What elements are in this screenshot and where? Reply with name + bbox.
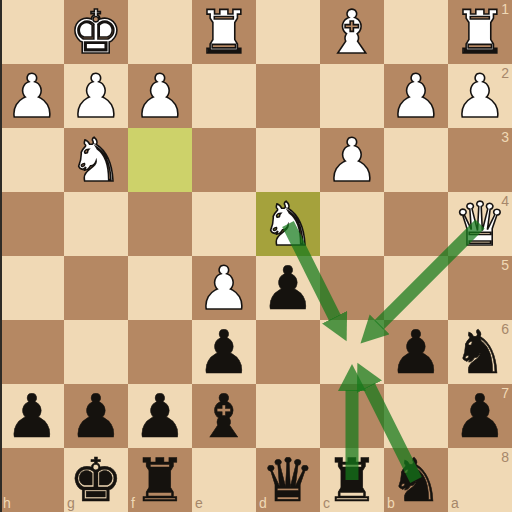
square-a1[interactable]: ♜1	[448, 0, 512, 64]
square-a5[interactable]: 5	[448, 256, 512, 320]
square-g8[interactable]: ♚g	[64, 448, 128, 512]
square-e7[interactable]: ♝	[192, 384, 256, 448]
white-pawn[interactable]: ♟	[448, 64, 512, 128]
white-pawn[interactable]: ♟	[0, 64, 64, 128]
square-a6[interactable]: ♞6	[448, 320, 512, 384]
square-d3[interactable]	[256, 128, 320, 192]
square-c4[interactable]	[320, 192, 384, 256]
white-knight[interactable]: ♞	[64, 128, 128, 192]
square-a3[interactable]: 3	[448, 128, 512, 192]
square-b1[interactable]	[384, 0, 448, 64]
black-queen[interactable]: ♛	[256, 448, 320, 512]
square-a2[interactable]: ♟2	[448, 64, 512, 128]
black-knight[interactable]: ♞	[384, 448, 448, 512]
white-pawn[interactable]: ♟	[64, 64, 128, 128]
white-rook[interactable]: ♜	[192, 0, 256, 64]
square-h5[interactable]	[0, 256, 64, 320]
square-g1[interactable]: ♚	[64, 0, 128, 64]
square-e8[interactable]: e	[192, 448, 256, 512]
white-bishop[interactable]: ♝	[320, 0, 384, 64]
square-h8[interactable]: h	[0, 448, 64, 512]
square-c7[interactable]	[320, 384, 384, 448]
black-pawn[interactable]: ♟	[448, 384, 512, 448]
black-king[interactable]: ♚	[64, 448, 128, 512]
screen-left-edge	[0, 0, 2, 512]
square-e3[interactable]	[192, 128, 256, 192]
square-d2[interactable]	[256, 64, 320, 128]
square-d6[interactable]	[256, 320, 320, 384]
chess-app: ♚♜♝♜1♟♟♟♟♟2♞♟3♞♛4♟♟5♟♟♞6♟♟♟♝♟7h♚g♜fe♛d♜c…	[0, 0, 512, 512]
square-e6[interactable]: ♟	[192, 320, 256, 384]
square-h4[interactable]	[0, 192, 64, 256]
square-e5[interactable]: ♟	[192, 256, 256, 320]
square-b4[interactable]	[384, 192, 448, 256]
black-pawn[interactable]: ♟	[256, 256, 320, 320]
white-pawn[interactable]: ♟	[320, 128, 384, 192]
square-h6[interactable]	[0, 320, 64, 384]
square-b5[interactable]	[384, 256, 448, 320]
white-queen[interactable]: ♛	[448, 192, 512, 256]
black-rook[interactable]: ♜	[128, 448, 192, 512]
square-f7[interactable]: ♟	[128, 384, 192, 448]
square-d1[interactable]	[256, 0, 320, 64]
file-label-h: h	[3, 496, 11, 510]
square-f5[interactable]	[128, 256, 192, 320]
white-pawn[interactable]: ♟	[384, 64, 448, 128]
square-g7[interactable]: ♟	[64, 384, 128, 448]
square-e2[interactable]	[192, 64, 256, 128]
square-g3[interactable]: ♞	[64, 128, 128, 192]
white-pawn[interactable]: ♟	[192, 256, 256, 320]
square-h1[interactable]	[0, 0, 64, 64]
white-knight[interactable]: ♞	[256, 192, 320, 256]
square-c3[interactable]: ♟	[320, 128, 384, 192]
rank-label-3: 3	[501, 130, 509, 144]
square-h3[interactable]	[0, 128, 64, 192]
black-bishop[interactable]: ♝	[192, 384, 256, 448]
file-label-a: a	[451, 496, 459, 510]
chess-board: ♚♜♝♜1♟♟♟♟♟2♞♟3♞♛4♟♟5♟♟♞6♟♟♟♝♟7h♚g♜fe♛d♜c…	[0, 0, 512, 512]
square-b3[interactable]	[384, 128, 448, 192]
black-pawn[interactable]: ♟	[384, 320, 448, 384]
square-d4[interactable]: ♞	[256, 192, 320, 256]
square-b6[interactable]: ♟	[384, 320, 448, 384]
square-c8[interactable]: ♜c	[320, 448, 384, 512]
square-g2[interactable]: ♟	[64, 64, 128, 128]
square-h2[interactable]: ♟	[0, 64, 64, 128]
square-f6[interactable]	[128, 320, 192, 384]
black-pawn[interactable]: ♟	[64, 384, 128, 448]
square-g6[interactable]	[64, 320, 128, 384]
square-f1[interactable]	[128, 0, 192, 64]
white-pawn[interactable]: ♟	[128, 64, 192, 128]
rank-label-8: 8	[501, 450, 509, 464]
square-c6[interactable]	[320, 320, 384, 384]
square-b7[interactable]	[384, 384, 448, 448]
square-a4[interactable]: ♛4	[448, 192, 512, 256]
square-g4[interactable]	[64, 192, 128, 256]
square-b2[interactable]: ♟	[384, 64, 448, 128]
square-c2[interactable]	[320, 64, 384, 128]
white-rook[interactable]: ♜	[448, 0, 512, 64]
square-f8[interactable]: ♜f	[128, 448, 192, 512]
black-rook[interactable]: ♜	[320, 448, 384, 512]
black-pawn[interactable]: ♟	[0, 384, 64, 448]
square-d7[interactable]	[256, 384, 320, 448]
square-e1[interactable]: ♜	[192, 0, 256, 64]
file-label-e: e	[195, 496, 203, 510]
square-c1[interactable]: ♝	[320, 0, 384, 64]
square-c5[interactable]	[320, 256, 384, 320]
square-f3[interactable]	[128, 128, 192, 192]
square-h7[interactable]: ♟	[0, 384, 64, 448]
square-e4[interactable]	[192, 192, 256, 256]
square-d8[interactable]: ♛d	[256, 448, 320, 512]
white-king[interactable]: ♚	[64, 0, 128, 64]
black-pawn[interactable]: ♟	[128, 384, 192, 448]
square-d5[interactable]: ♟	[256, 256, 320, 320]
square-f4[interactable]	[128, 192, 192, 256]
square-a7[interactable]: ♟7	[448, 384, 512, 448]
black-knight[interactable]: ♞	[448, 320, 512, 384]
square-g5[interactable]	[64, 256, 128, 320]
square-b8[interactable]: ♞b	[384, 448, 448, 512]
black-pawn[interactable]: ♟	[192, 320, 256, 384]
square-f2[interactable]: ♟	[128, 64, 192, 128]
square-a8[interactable]: 8a	[448, 448, 512, 512]
rank-label-5: 5	[501, 258, 509, 272]
